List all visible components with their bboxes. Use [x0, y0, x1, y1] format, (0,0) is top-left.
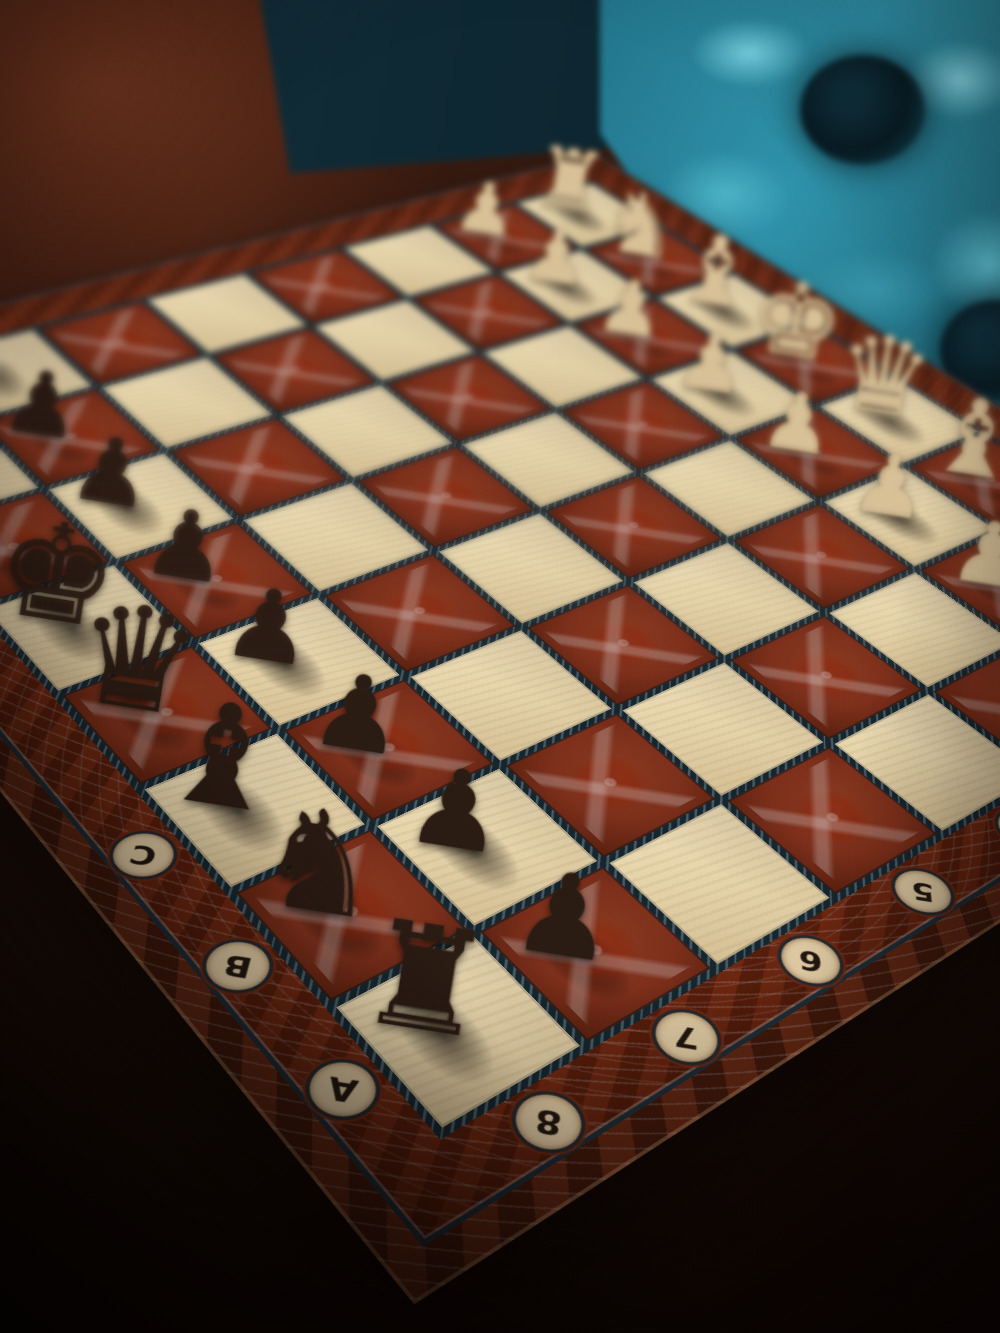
rank-label-8: 8	[513, 1090, 584, 1154]
board-frame: ♜♞♝♛♚♝♞♜♟♟♟♟♟♟♟♟♟♟♟♟♟♟♟♟♜♞♝♛♚♝♞♜ ABC 876…	[0, 153, 1000, 1246]
chessboard-3d-scene: ♜♞♝♛♚♝♞♜♟♟♟♟♟♟♟♟♟♟♟♟♟♟♟♟♜♞♝♛♚♝♞♜ ABC 876…	[0, 153, 1000, 1246]
rank-label-4: 4	[996, 806, 1000, 852]
photo-stage: ♜♞♝♛♚♝♞♜♟♟♟♟♟♟♟♟♟♟♟♟♟♟♟♟♜♞♝♛♚♝♞♜ ABC 876…	[0, 0, 1000, 1333]
sofa-highlight	[690, 18, 810, 88]
sofa-tuft-button	[800, 55, 925, 165]
file-label-a: A	[304, 1058, 380, 1121]
piece-black-rook-a8[interactable]: ♜	[327, 894, 525, 1065]
rank-label-7: 7	[654, 1008, 717, 1067]
piece-white-pawn-b2[interactable]: ♟	[920, 501, 1000, 607]
rank-label-5: 5	[894, 867, 954, 917]
square-b2[interactable]: ♟	[920, 532, 1000, 639]
file-label-c: C	[106, 830, 179, 881]
rank-label-6: 6	[781, 934, 841, 988]
file-label-b: B	[200, 938, 275, 995]
